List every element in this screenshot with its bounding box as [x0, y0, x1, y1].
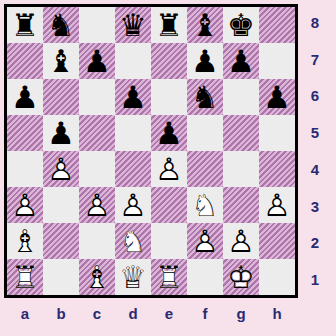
- square-g5[interactable]: [223, 115, 259, 151]
- file-label-c: c: [79, 298, 115, 328]
- rank-label-3: 3: [298, 188, 332, 225]
- black-pawn[interactable]: ♟: [151, 115, 187, 151]
- square-f8[interactable]: ♝: [187, 7, 223, 43]
- file-label-d: d: [115, 298, 151, 328]
- rank-label-1: 1: [298, 261, 332, 298]
- white-pawn[interactable]: ♟♙: [223, 223, 259, 259]
- white-rook[interactable]: ♜♖: [7, 259, 43, 295]
- black-queen[interactable]: ♛: [115, 7, 151, 43]
- square-a1[interactable]: ♜♖: [7, 259, 43, 295]
- black-pawn[interactable]: ♟: [79, 43, 115, 79]
- black-pawn[interactable]: ♟: [43, 115, 79, 151]
- black-pawn[interactable]: ♟: [115, 79, 151, 115]
- black-knight[interactable]: ♞: [187, 79, 223, 115]
- file-label-a: a: [7, 298, 43, 328]
- file-label-h: h: [259, 298, 295, 328]
- square-h4[interactable]: [259, 151, 295, 187]
- white-pawn[interactable]: ♟♙: [151, 151, 187, 187]
- file-label-e: e: [151, 298, 187, 328]
- white-queen[interactable]: ♛♕: [115, 259, 151, 295]
- square-e1[interactable]: ♜♖: [151, 259, 187, 295]
- square-d5[interactable]: [115, 115, 151, 151]
- rank-label-4: 4: [298, 151, 332, 188]
- square-b7[interactable]: ♝: [43, 43, 79, 79]
- file-label-b: b: [43, 298, 79, 328]
- black-rook[interactable]: ♜: [151, 7, 187, 43]
- square-b6[interactable]: [43, 79, 79, 115]
- white-pawn[interactable]: ♟♙: [43, 151, 79, 187]
- square-f5[interactable]: [187, 115, 223, 151]
- square-b1[interactable]: [43, 259, 79, 295]
- piece-outline: ♗: [79, 259, 115, 295]
- square-b8[interactable]: ♞: [43, 7, 79, 43]
- black-pawn[interactable]: ♟: [7, 79, 43, 115]
- black-pawn[interactable]: ♟: [259, 79, 295, 115]
- square-e7[interactable]: [151, 43, 187, 79]
- square-d3[interactable]: ♟♙: [115, 187, 151, 223]
- white-pawn[interactable]: ♟♙: [187, 223, 223, 259]
- square-d1[interactable]: ♛♕: [115, 259, 151, 295]
- piece-outline: ♙: [7, 187, 43, 223]
- piece-body: ♞: [187, 79, 223, 115]
- chess-board: ♜♞♛♜♝♚♝♟♟♟♟♟♞♟♟♟♟♙♟♙♟♙♟♙♟♙♞♘♟♙♝♗♞♘♟♙♟♙♜♖…: [4, 4, 298, 298]
- piece-body: ♜: [151, 7, 187, 43]
- square-c1[interactable]: ♝♗: [79, 259, 115, 295]
- square-h1[interactable]: [259, 259, 295, 295]
- square-e2[interactable]: [151, 223, 187, 259]
- square-d6[interactable]: ♟: [115, 79, 151, 115]
- square-a4[interactable]: [7, 151, 43, 187]
- square-g6[interactable]: [223, 79, 259, 115]
- black-bishop[interactable]: ♝: [43, 43, 79, 79]
- square-h7[interactable]: [259, 43, 295, 79]
- rank-label-5: 5: [298, 114, 332, 151]
- white-king[interactable]: ♚♔: [223, 259, 259, 295]
- file-label-f: f: [187, 298, 223, 328]
- square-a8[interactable]: ♜: [7, 7, 43, 43]
- black-knight[interactable]: ♞: [43, 7, 79, 43]
- square-g3[interactable]: [223, 187, 259, 223]
- white-bishop[interactable]: ♝♗: [7, 223, 43, 259]
- square-e3[interactable]: [151, 187, 187, 223]
- square-h3[interactable]: ♟♙: [259, 187, 295, 223]
- piece-outline: ♙: [187, 223, 223, 259]
- piece-outline: ♙: [223, 223, 259, 259]
- rank-label-2: 2: [298, 225, 332, 262]
- piece-body: ♟: [115, 79, 151, 115]
- piece-outline: ♘: [115, 223, 151, 259]
- piece-body: ♟: [43, 115, 79, 151]
- square-d2[interactable]: ♞♘: [115, 223, 151, 259]
- chess-diagram: ♜♞♛♜♝♚♝♟♟♟♟♟♞♟♟♟♟♙♟♙♟♙♟♙♟♙♞♘♟♙♝♗♞♘♟♙♟♙♜♖…: [0, 0, 336, 336]
- square-e5[interactable]: ♟: [151, 115, 187, 151]
- square-c5[interactable]: [79, 115, 115, 151]
- piece-outline: ♙: [151, 151, 187, 187]
- file-label-g: g: [223, 298, 259, 328]
- square-h6[interactable]: ♟: [259, 79, 295, 115]
- square-e4[interactable]: ♟♙: [151, 151, 187, 187]
- piece-body: ♞: [43, 7, 79, 43]
- piece-body: ♟: [223, 43, 259, 79]
- black-king[interactable]: ♚: [223, 7, 259, 43]
- rank-label-7: 7: [298, 41, 332, 78]
- file-labels: abcdefgh: [7, 298, 295, 328]
- black-pawn[interactable]: ♟: [223, 43, 259, 79]
- square-a3[interactable]: ♟♙: [7, 187, 43, 223]
- piece-body: ♟: [79, 43, 115, 79]
- square-b5[interactable]: ♟: [43, 115, 79, 151]
- square-g2[interactable]: ♟♙: [223, 223, 259, 259]
- rank-label-6: 6: [298, 78, 332, 115]
- piece-body: ♛: [115, 7, 151, 43]
- square-a2[interactable]: ♝♗: [7, 223, 43, 259]
- square-h5[interactable]: [259, 115, 295, 151]
- square-h8[interactable]: [259, 7, 295, 43]
- square-g8[interactable]: ♚: [223, 7, 259, 43]
- piece-outline: ♗: [7, 223, 43, 259]
- square-g1[interactable]: ♚♔: [223, 259, 259, 295]
- square-f1[interactable]: [187, 259, 223, 295]
- square-c3[interactable]: ♟♙: [79, 187, 115, 223]
- piece-body: ♜: [7, 7, 43, 43]
- white-knight[interactable]: ♞♘: [187, 187, 223, 223]
- piece-body: ♟: [259, 79, 295, 115]
- square-g4[interactable]: [223, 151, 259, 187]
- square-c4[interactable]: [79, 151, 115, 187]
- black-pawn[interactable]: ♟: [187, 43, 223, 79]
- piece-body: ♟: [7, 79, 43, 115]
- square-e6[interactable]: [151, 79, 187, 115]
- piece-outline: ♙: [115, 187, 151, 223]
- rank-labels: 87654321: [298, 4, 332, 298]
- piece-body: ♟: [151, 115, 187, 151]
- black-bishop[interactable]: ♝: [187, 7, 223, 43]
- white-bishop[interactable]: ♝♗: [79, 259, 115, 295]
- square-f4[interactable]: [187, 151, 223, 187]
- square-a7[interactable]: [7, 43, 43, 79]
- square-c8[interactable]: [79, 7, 115, 43]
- square-d8[interactable]: ♛: [115, 7, 151, 43]
- piece-outline: ♙: [259, 187, 295, 223]
- piece-outline: ♙: [43, 151, 79, 187]
- square-f2[interactable]: ♟♙: [187, 223, 223, 259]
- white-pawn[interactable]: ♟♙: [115, 187, 151, 223]
- piece-outline: ♙: [79, 187, 115, 223]
- square-a6[interactable]: ♟: [7, 79, 43, 115]
- square-f7[interactable]: ♟: [187, 43, 223, 79]
- white-knight[interactable]: ♞♘: [115, 223, 151, 259]
- piece-body: ♝: [187, 7, 223, 43]
- white-pawn[interactable]: ♟♙: [79, 187, 115, 223]
- square-f3[interactable]: ♞♘: [187, 187, 223, 223]
- piece-body: ♝: [43, 43, 79, 79]
- piece-outline: ♔: [223, 259, 259, 295]
- piece-outline: ♖: [151, 259, 187, 295]
- square-b2[interactable]: [43, 223, 79, 259]
- square-d7[interactable]: [115, 43, 151, 79]
- white-pawn[interactable]: ♟♙: [7, 187, 43, 223]
- piece-body: ♟: [187, 43, 223, 79]
- black-rook[interactable]: ♜: [7, 7, 43, 43]
- square-d4[interactable]: [115, 151, 151, 187]
- piece-outline: ♘: [187, 187, 223, 223]
- square-h2[interactable]: [259, 223, 295, 259]
- white-rook[interactable]: ♜♖: [151, 259, 187, 295]
- square-a5[interactable]: [7, 115, 43, 151]
- piece-body: ♚: [223, 7, 259, 43]
- square-b3[interactable]: [43, 187, 79, 223]
- square-c7[interactable]: ♟: [79, 43, 115, 79]
- rank-label-8: 8: [298, 4, 332, 41]
- square-f6[interactable]: ♞: [187, 79, 223, 115]
- piece-outline: ♖: [7, 259, 43, 295]
- square-c2[interactable]: [79, 223, 115, 259]
- square-c6[interactable]: [79, 79, 115, 115]
- square-e8[interactable]: ♜: [151, 7, 187, 43]
- white-pawn[interactable]: ♟♙: [259, 187, 295, 223]
- square-g7[interactable]: ♟: [223, 43, 259, 79]
- square-b4[interactable]: ♟♙: [43, 151, 79, 187]
- piece-outline: ♕: [115, 259, 151, 295]
